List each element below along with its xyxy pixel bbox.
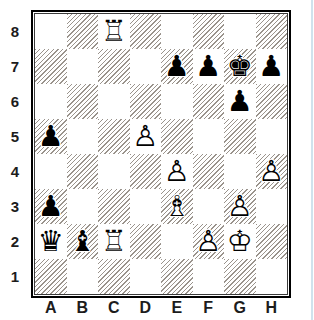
square-c5 — [98, 119, 130, 154]
black-pawn-e7: ♟♟ — [161, 49, 193, 84]
file-label-e: E — [161, 298, 193, 318]
rank-label-2: 2 — [2, 224, 28, 259]
white-rook-c2: ♜♖ — [98, 224, 130, 259]
rank-label-8: 8 — [2, 14, 28, 49]
square-a4 — [35, 154, 67, 189]
file-labels: ABCDEFGH — [35, 298, 287, 318]
square-d4 — [130, 154, 162, 189]
square-b5 — [67, 119, 99, 154]
square-c7 — [98, 49, 130, 84]
piece-glyph: ♚ — [224, 49, 256, 84]
white-pawn-f2: ♟♙ — [193, 224, 225, 259]
black-queen-a2: ♛♛ — [35, 224, 67, 259]
square-h7: ♟♟ — [256, 49, 288, 84]
black-king-g7: ♚♚ — [224, 49, 256, 84]
white-pawn-h4: ♟♙ — [256, 154, 288, 189]
square-d6 — [130, 84, 162, 119]
black-pawn-h7: ♟♟ — [256, 49, 288, 84]
square-e4: ♟♙ — [161, 154, 193, 189]
square-d2 — [130, 224, 162, 259]
square-f8 — [193, 14, 225, 49]
square-d1 — [130, 259, 162, 294]
square-e3: ♝♗ — [161, 189, 193, 224]
square-b8 — [67, 14, 99, 49]
file-label-g: G — [224, 298, 256, 318]
square-f1 — [193, 259, 225, 294]
piece-glyph: ♖ — [98, 14, 130, 49]
white-pawn-e4: ♟♙ — [161, 154, 193, 189]
square-d5: ♟♙ — [130, 119, 162, 154]
black-bishop-b2: ♝♝ — [67, 224, 99, 259]
rank-label-5: 5 — [2, 119, 28, 154]
rank-label-3: 3 — [2, 189, 28, 224]
piece-glyph: ♟ — [224, 84, 256, 119]
square-g2: ♚♔ — [224, 224, 256, 259]
board-inner-frame: ♜♖♟♟♟♟♚♚♟♟♟♟♟♟♟♙♟♙♟♙♟♟♝♗♟♙♛♛♝♝♜♖♟♙♚♔ — [34, 13, 288, 295]
black-pawn-f7: ♟♟ — [193, 49, 225, 84]
piece-glyph: ♟ — [193, 49, 225, 84]
square-f5 — [193, 119, 225, 154]
rank-label-7: 7 — [2, 49, 28, 84]
square-c8: ♜♖ — [98, 14, 130, 49]
black-pawn-a3: ♟♟ — [35, 189, 67, 224]
square-g3: ♟♙ — [224, 189, 256, 224]
board-grid: ♜♖♟♟♟♟♚♚♟♟♟♟♟♟♟♙♟♙♟♙♟♟♝♗♟♙♛♛♝♝♜♖♟♙♚♔ — [35, 14, 287, 294]
square-h3 — [256, 189, 288, 224]
square-f2: ♟♙ — [193, 224, 225, 259]
piece-glyph: ♟ — [161, 49, 193, 84]
square-c2: ♜♖ — [98, 224, 130, 259]
square-a6 — [35, 84, 67, 119]
piece-glyph: ♛ — [35, 224, 67, 259]
square-a3: ♟♟ — [35, 189, 67, 224]
square-h2 — [256, 224, 288, 259]
file-label-a: A — [35, 298, 67, 318]
rank-label-6: 6 — [2, 84, 28, 119]
square-g4 — [224, 154, 256, 189]
square-d3 — [130, 189, 162, 224]
square-h8 — [256, 14, 288, 49]
square-g7: ♚♚ — [224, 49, 256, 84]
piece-glyph: ♙ — [161, 154, 193, 189]
piece-glyph: ♙ — [256, 154, 288, 189]
square-e5 — [161, 119, 193, 154]
piece-glyph: ♗ — [161, 189, 193, 224]
piece-glyph: ♟ — [256, 49, 288, 84]
scan-edge-artifact — [311, 0, 313, 320]
square-g5 — [224, 119, 256, 154]
square-f6 — [193, 84, 225, 119]
square-a8 — [35, 14, 67, 49]
square-d8 — [130, 14, 162, 49]
square-b2: ♝♝ — [67, 224, 99, 259]
file-label-b: B — [67, 298, 99, 318]
square-h5 — [256, 119, 288, 154]
square-h1 — [256, 259, 288, 294]
square-b6 — [67, 84, 99, 119]
black-pawn-g6: ♟♟ — [224, 84, 256, 119]
file-label-d: D — [130, 298, 162, 318]
square-a1 — [35, 259, 67, 294]
square-d7 — [130, 49, 162, 84]
square-b7 — [67, 49, 99, 84]
square-e7: ♟♟ — [161, 49, 193, 84]
square-e2 — [161, 224, 193, 259]
file-label-c: C — [98, 298, 130, 318]
chess-diagram: 87654321 ♜♖♟♟♟♟♚♚♟♟♟♟♟♟♟♙♟♙♟♙♟♟♝♗♟♙♛♛♝♝♜… — [0, 0, 314, 320]
rank-label-1: 1 — [2, 259, 28, 294]
square-a2: ♛♛ — [35, 224, 67, 259]
piece-glyph: ♟ — [35, 189, 67, 224]
square-a7 — [35, 49, 67, 84]
square-h6 — [256, 84, 288, 119]
square-h4: ♟♙ — [256, 154, 288, 189]
white-bishop-e3: ♝♗ — [161, 189, 193, 224]
piece-glyph: ♔ — [224, 224, 256, 259]
white-rook-c8: ♜♖ — [98, 14, 130, 49]
square-b3 — [67, 189, 99, 224]
chess-board: ♜♖♟♟♟♟♚♚♟♟♟♟♟♟♟♙♟♙♟♙♟♟♝♗♟♙♛♛♝♝♜♖♟♙♚♔ — [31, 10, 291, 298]
piece-glyph: ♙ — [193, 224, 225, 259]
file-label-f: F — [193, 298, 225, 318]
square-c1 — [98, 259, 130, 294]
rank-labels: 87654321 — [2, 14, 28, 294]
square-f7: ♟♟ — [193, 49, 225, 84]
piece-glyph: ♝ — [67, 224, 99, 259]
rank-label-4: 4 — [2, 154, 28, 189]
square-g6: ♟♟ — [224, 84, 256, 119]
square-a5: ♟♟ — [35, 119, 67, 154]
square-f3 — [193, 189, 225, 224]
black-pawn-a5: ♟♟ — [35, 119, 67, 154]
piece-glyph: ♙ — [224, 189, 256, 224]
square-e8 — [161, 14, 193, 49]
piece-glyph: ♙ — [130, 119, 162, 154]
square-b4 — [67, 154, 99, 189]
square-c3 — [98, 189, 130, 224]
square-g1 — [224, 259, 256, 294]
square-b1 — [67, 259, 99, 294]
square-c4 — [98, 154, 130, 189]
square-f4 — [193, 154, 225, 189]
white-pawn-g3: ♟♙ — [224, 189, 256, 224]
square-c6 — [98, 84, 130, 119]
piece-glyph: ♟ — [35, 119, 67, 154]
square-g8 — [224, 14, 256, 49]
white-king-g2: ♚♔ — [224, 224, 256, 259]
square-e1 — [161, 259, 193, 294]
square-e6 — [161, 84, 193, 119]
file-label-h: H — [256, 298, 288, 318]
piece-glyph: ♖ — [98, 224, 130, 259]
white-pawn-d5: ♟♙ — [130, 119, 162, 154]
